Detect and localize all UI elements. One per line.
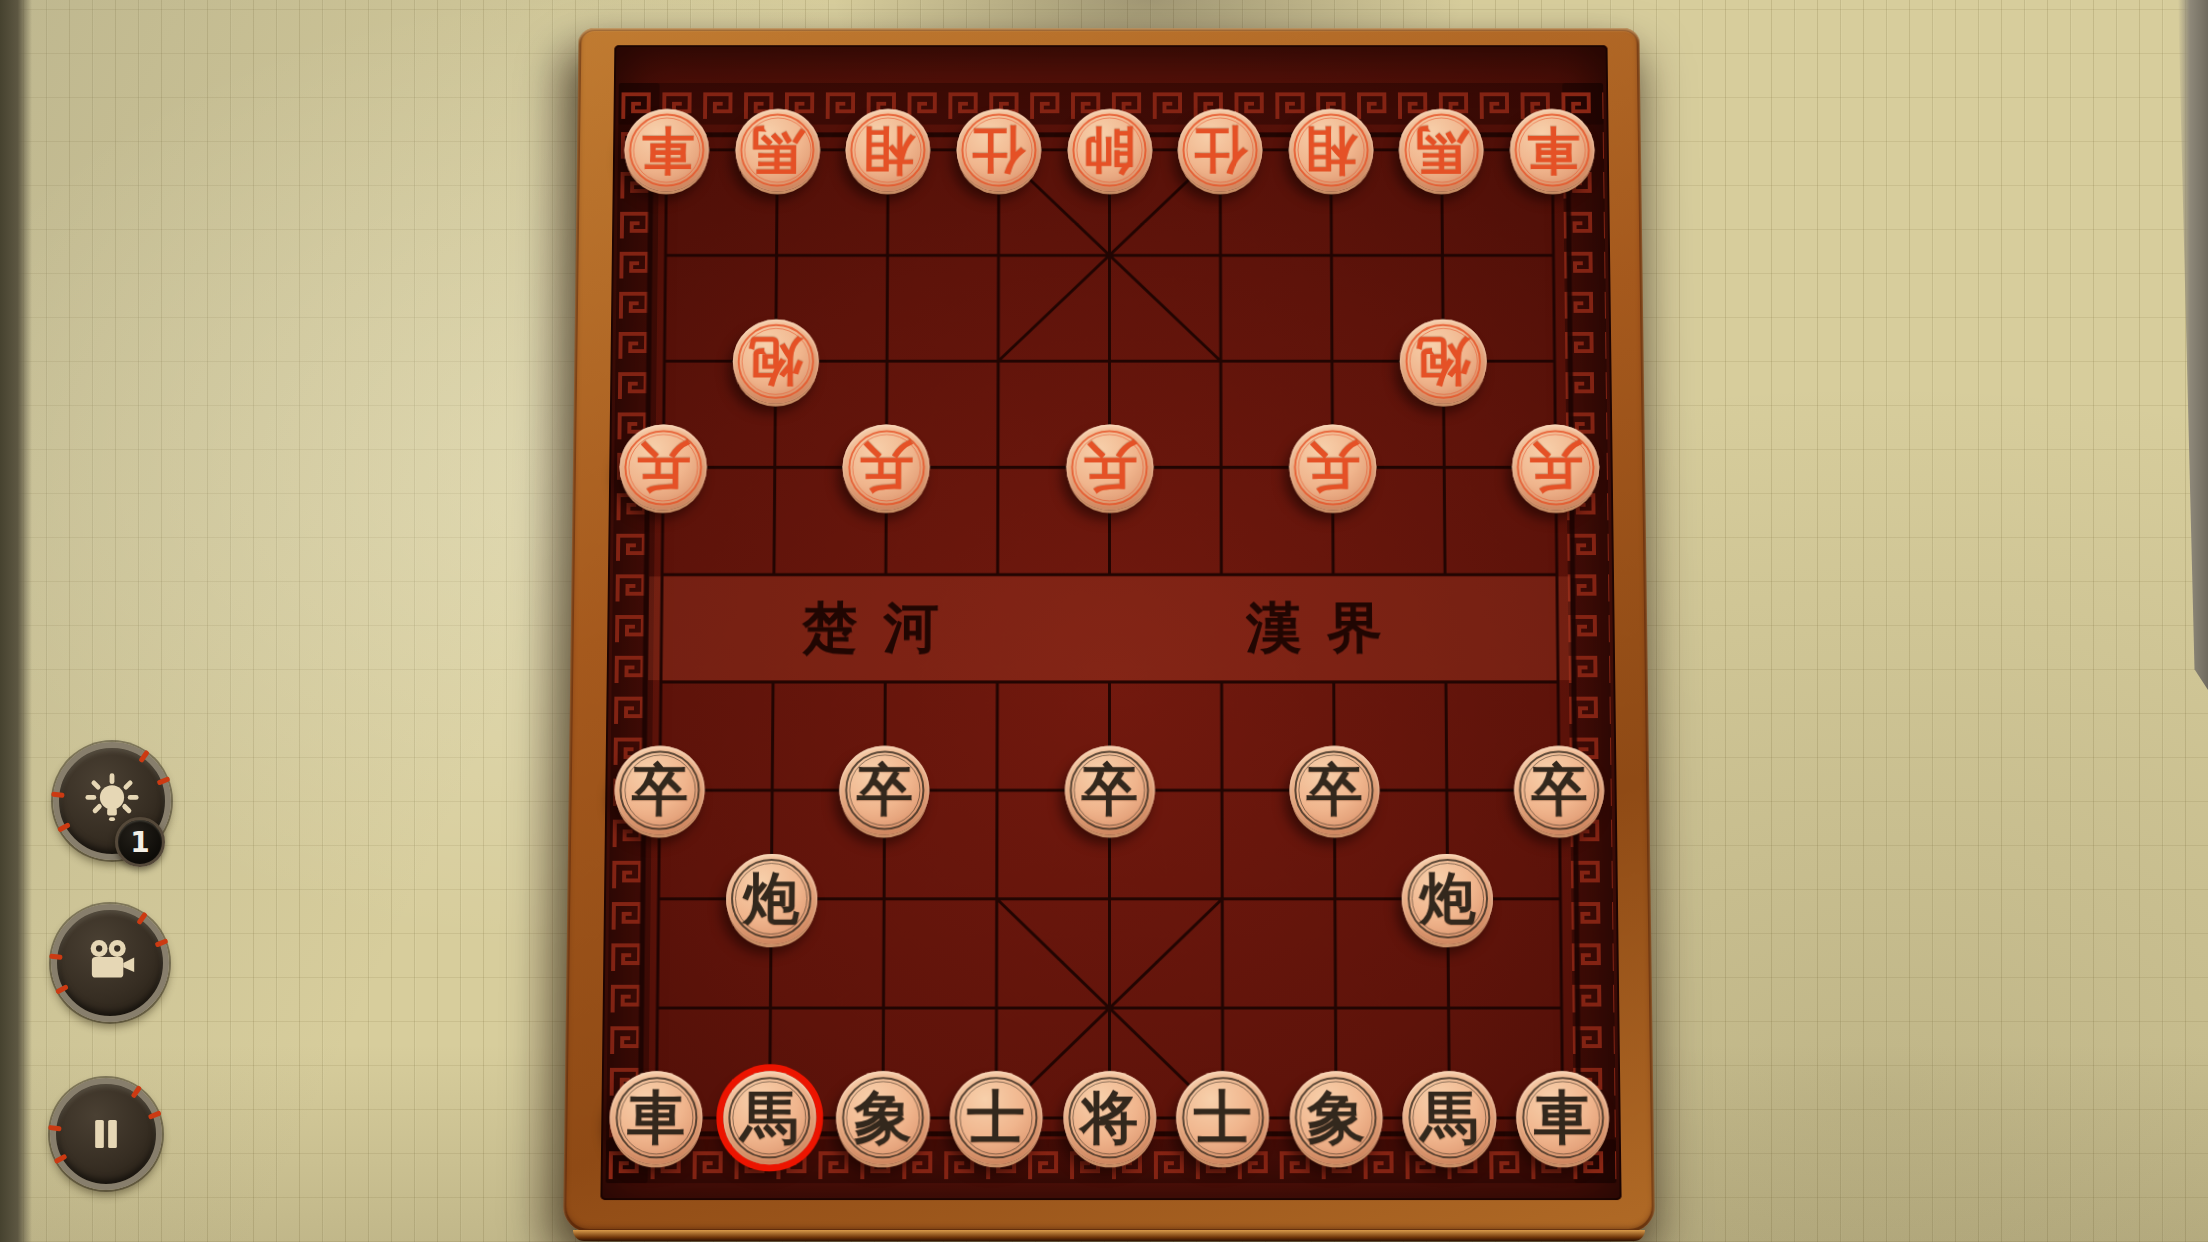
piece-character: 炮 [1419,871,1476,927]
pause-button[interactable] [50,1078,162,1190]
piece-black-炮[interactable]: 炮 [725,854,817,944]
piece-red-車[interactable]: 車 [1509,109,1595,191]
piece-black-車[interactable]: 車 [1516,1072,1610,1165]
piece-character: 車 [640,124,693,175]
piece-black-士[interactable]: 士 [949,1072,1042,1165]
piece-black-士[interactable]: 士 [1176,1072,1269,1165]
piece-red-相[interactable]: 相 [845,109,930,191]
piece-character: 卒 [1306,762,1363,818]
piece-red-兵[interactable]: 兵 [1066,425,1154,511]
rim-notch [154,938,168,948]
xiangqi-board: 楚河 漢界 車馬相仕帥仕相馬車炮炮兵兵兵兵兵卒卒卒卒卒炮炮車馬象士将士象馬車 [563,28,1655,1232]
piece-character: 卒 [1531,762,1588,818]
piece-character: 馬 [1420,1089,1478,1147]
piece-character: 卒 [856,762,913,818]
piece-character: 馬 [751,124,804,175]
piece-character: 相 [1304,124,1357,175]
piece-character: 士 [967,1089,1025,1147]
rim-notch [55,984,69,995]
piece-black-卒[interactable]: 卒 [1064,746,1154,835]
rim-notch [156,776,170,786]
piece-black-卒[interactable]: 卒 [839,746,930,835]
piece-red-兵[interactable]: 兵 [1289,425,1377,511]
piece-red-炮[interactable]: 炮 [732,319,819,404]
piece-character: 卒 [631,762,688,818]
rim-notch [57,822,71,833]
piece-character: 炮 [1416,335,1470,388]
piece-character: 車 [1534,1089,1592,1147]
piece-character: 炮 [743,871,800,927]
rim-notch [53,1153,67,1164]
piece-character: 仕 [972,124,1025,175]
piece-character: 兵 [1082,441,1136,494]
video-camera-icon [81,934,139,992]
piece-character: 卒 [1081,762,1137,818]
piece-red-仕[interactable]: 仕 [956,109,1041,191]
rim-notch [48,1124,62,1131]
piece-red-相[interactable]: 相 [1288,109,1373,191]
pause-icon [80,1108,132,1160]
piece-red-兵[interactable]: 兵 [842,425,930,511]
hint-count-badge: 1 [115,817,165,867]
mat-left-edge [0,0,32,1242]
piece-character: 兵 [1305,441,1359,494]
piece-character: 象 [854,1089,912,1147]
piece-black-卒[interactable]: 卒 [1289,746,1380,835]
piece-black-馬-selected[interactable]: 馬 [723,1072,817,1165]
piece-character: 兵 [636,441,691,494]
piece-red-炮[interactable]: 炮 [1400,319,1487,404]
piece-black-将[interactable]: 将 [1063,1072,1156,1165]
piece-character: 兵 [859,441,913,494]
piece-red-仕[interactable]: 仕 [1178,109,1263,191]
board-field[interactable]: 楚河 漢界 車馬相仕帥仕相馬車炮炮兵兵兵兵兵卒卒卒卒卒炮炮車馬象士将士象馬車 [600,45,1621,1200]
rim-notch [49,953,63,960]
rim-notch [51,791,65,798]
piece-character: 車 [1526,124,1579,175]
piece-black-馬[interactable]: 馬 [1403,1072,1497,1165]
piece-character: 車 [627,1089,685,1147]
piece-character: 馬 [740,1089,798,1147]
rim-notch [147,1110,161,1120]
rim-notch [130,1085,142,1099]
piece-character: 仕 [1194,124,1247,175]
camera-view-button[interactable] [51,904,169,1022]
piece-character: 馬 [1415,124,1468,175]
piece-black-象[interactable]: 象 [1289,1072,1383,1165]
piece-character: 炮 [749,335,803,388]
piece-character: 帥 [1083,124,1136,175]
piece-red-馬[interactable]: 馬 [1399,109,1484,191]
piece-red-兵[interactable]: 兵 [619,425,707,511]
piece-black-卒[interactable]: 卒 [614,746,705,835]
piece-character: 将 [1081,1089,1139,1147]
rim-notch [136,911,148,925]
pieces-layer: 車馬相仕帥仕相馬車炮炮兵兵兵兵兵卒卒卒卒卒炮炮車馬象士将士象馬車 [600,45,1621,1200]
piece-character: 士 [1194,1089,1252,1147]
piece-black-卒[interactable]: 卒 [1514,746,1605,835]
piece-red-馬[interactable]: 馬 [735,109,820,191]
piece-character: 象 [1307,1089,1365,1147]
piece-red-帥[interactable]: 帥 [1067,109,1152,191]
piece-black-象[interactable]: 象 [836,1072,930,1165]
rim-notch [138,749,150,763]
piece-red-兵[interactable]: 兵 [1512,425,1600,511]
piece-character: 相 [862,124,915,175]
piece-black-車[interactable]: 車 [609,1072,703,1165]
piece-character: 兵 [1528,441,1583,494]
piece-black-炮[interactable]: 炮 [1402,854,1494,944]
piece-red-車[interactable]: 車 [624,109,710,191]
